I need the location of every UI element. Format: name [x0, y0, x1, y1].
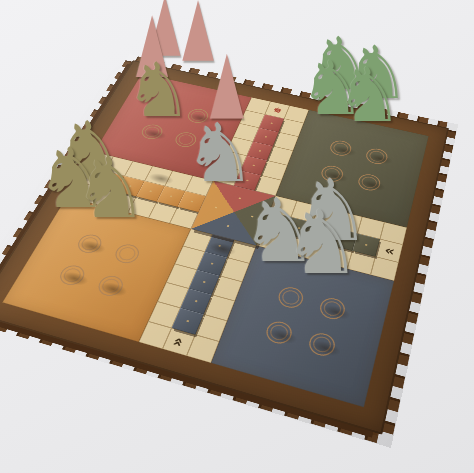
center-dot [227, 225, 230, 227]
photo-background: ♚««« ▲▲▲♞♞♞▲♞♞♞♞♞♞♞♞♞ [0, 0, 474, 473]
center-dot [215, 206, 218, 208]
center-dot [238, 197, 241, 199]
center-dot [251, 215, 254, 217]
